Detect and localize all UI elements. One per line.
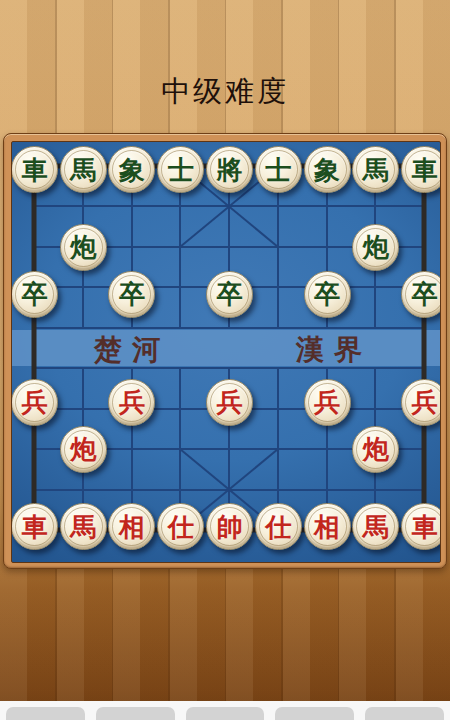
piece-red-c[interactable]: 炮	[60, 426, 107, 473]
bottom-bar-button-2[interactable]	[96, 707, 175, 720]
bottom-bar-button-4[interactable]	[275, 707, 354, 720]
piece-red-p[interactable]: 兵	[11, 379, 58, 426]
board-grid[interactable]: 車馬象士將士象馬車炮炮卒卒卒卒卒兵兵兵兵兵炮炮車馬相仕帥仕相馬車	[11, 146, 441, 550]
bottom-bar	[0, 701, 450, 720]
piece-black-p[interactable]: 卒	[206, 271, 253, 318]
piece-black-p[interactable]: 卒	[401, 271, 441, 318]
bottom-bar-button-1[interactable]	[6, 707, 85, 720]
piece-red-b[interactable]: 相	[108, 503, 155, 550]
piece-red-k[interactable]: 帥	[206, 503, 253, 550]
app-background: 中级难度	[0, 0, 450, 720]
piece-black-p[interactable]: 卒	[108, 271, 155, 318]
piece-red-c[interactable]: 炮	[352, 426, 399, 473]
piece-black-c[interactable]: 炮	[352, 224, 399, 271]
board-field[interactable]: 楚河 漢界 車馬象士將士象馬車炮炮卒卒卒卒卒兵兵兵兵兵炮炮車馬相仕帥仕相馬車	[11, 141, 441, 563]
piece-red-a[interactable]: 仕	[255, 503, 302, 550]
piece-red-p[interactable]: 兵	[304, 379, 351, 426]
piece-red-a[interactable]: 仕	[157, 503, 204, 550]
bottom-bar-button-3[interactable]	[186, 707, 265, 720]
piece-black-p[interactable]: 卒	[304, 271, 351, 318]
piece-red-p[interactable]: 兵	[108, 379, 155, 426]
piece-black-a[interactable]: 士	[157, 146, 204, 193]
piece-black-b[interactable]: 象	[304, 146, 351, 193]
bottom-bar-button-5[interactable]	[365, 707, 444, 720]
piece-black-b[interactable]: 象	[108, 146, 155, 193]
piece-red-p[interactable]: 兵	[206, 379, 253, 426]
piece-black-a[interactable]: 士	[255, 146, 302, 193]
piece-black-n[interactable]: 馬	[352, 146, 399, 193]
piece-black-p[interactable]: 卒	[11, 271, 58, 318]
piece-black-n[interactable]: 馬	[60, 146, 107, 193]
page-title: 中级难度	[0, 72, 450, 112]
piece-red-n[interactable]: 馬	[352, 503, 399, 550]
piece-red-r[interactable]: 車	[11, 503, 58, 550]
piece-black-r[interactable]: 車	[401, 146, 441, 193]
piece-red-n[interactable]: 馬	[60, 503, 107, 550]
piece-red-b[interactable]: 相	[304, 503, 351, 550]
xiangqi-board: 楚河 漢界 車馬象士將士象馬車炮炮卒卒卒卒卒兵兵兵兵兵炮炮車馬相仕帥仕相馬車	[3, 133, 447, 569]
piece-red-p[interactable]: 兵	[401, 379, 441, 426]
piece-black-c[interactable]: 炮	[60, 224, 107, 271]
piece-black-r[interactable]: 車	[11, 146, 58, 193]
piece-red-r[interactable]: 車	[401, 503, 441, 550]
piece-black-k[interactable]: 將	[206, 146, 253, 193]
